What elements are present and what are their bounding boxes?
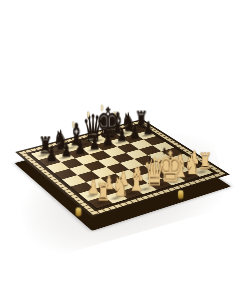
brass-clasp-front-icon: [177, 189, 184, 200]
finial-tip-icon: [87, 112, 89, 118]
white-knight[interactable]: ♞: [112, 173, 125, 200]
chess-set-photo[interactable]: ♜♞♝♛♚♝♞♜♟♟♟♟♟♟♟♟♟♟♟♟♟♟♟♟♜♞♝♛♚♝♞♜: [0, 0, 240, 303]
finial-tip-icon: [72, 122, 74, 128]
white-rook[interactable]: ♜: [198, 151, 211, 174]
white-rook[interactable]: ♜: [96, 181, 109, 205]
white-bishop[interactable]: ♝: [127, 165, 140, 196]
black-pawn[interactable]: ♟: [46, 144, 58, 163]
finial-tip-icon: [148, 156, 150, 162]
